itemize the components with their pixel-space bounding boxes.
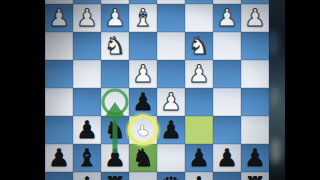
square-d6[interactable]: ♟: [157, 116, 185, 144]
square-e6[interactable]: [129, 116, 157, 144]
white-pawn-d5[interactable]: ♟: [157, 88, 185, 116]
square-b3[interactable]: [213, 32, 241, 60]
black-bishop-c8[interactable]: ♝: [185, 172, 213, 180]
white-pawn-e4[interactable]: ♟: [129, 60, 157, 88]
square-e2[interactable]: ♝: [129, 4, 157, 32]
square-c4[interactable]: ♟: [185, 60, 213, 88]
white-knight-f3[interactable]: ♞: [101, 32, 129, 60]
square-f3[interactable]: ♞: [101, 32, 129, 60]
black-pawn-f7[interactable]: ♟: [101, 144, 129, 172]
black-knight-e7[interactable]: ♞: [129, 144, 157, 172]
square-e4[interactable]: ♟: [129, 60, 157, 88]
square-b7[interactable]: ♟: [213, 144, 241, 172]
white-pawn-a2[interactable]: ♟: [241, 4, 269, 32]
square-g8[interactable]: ♚: [73, 172, 101, 180]
square-c2[interactable]: [185, 4, 213, 32]
square-h4[interactable]: [45, 60, 73, 88]
square-a8[interactable]: ♜: [241, 172, 269, 180]
square-h6[interactable]: [45, 116, 73, 144]
black-pawn-h7[interactable]: ♟: [45, 144, 73, 172]
white-pawn-c4[interactable]: ♟: [185, 60, 213, 88]
black-rook-a8[interactable]: ♜: [241, 172, 269, 180]
letterbox-left: [0, 0, 45, 180]
white-pawn-f2[interactable]: ♟: [101, 4, 129, 32]
black-pawn-a7[interactable]: ♟: [241, 144, 269, 172]
square-h2[interactable]: ♟: [45, 4, 73, 32]
black-pawn-e5[interactable]: ♟: [129, 88, 157, 116]
black-queen-d8[interactable]: ♛: [157, 172, 185, 180]
square-g6[interactable]: ♟: [73, 116, 101, 144]
blurred-background-blob: [269, 30, 279, 56]
square-e5[interactable]: ♟: [129, 88, 157, 116]
square-b6[interactable]: [213, 116, 241, 144]
screen-edge-strip: [269, 0, 285, 180]
black-king-g8[interactable]: ♚: [73, 172, 101, 180]
square-g2[interactable]: ♟: [73, 4, 101, 32]
square-e7[interactable]: ♞: [129, 144, 157, 172]
video-frame: ♚♜♛♝♜♟♟♟♝♟♟♞♞♟♟♟♟♟♞♟♟♝♟♞♟♟♟♚♜♛♝♜: [0, 0, 320, 180]
blurred-background-blob: [270, 138, 281, 164]
square-g4[interactable]: [73, 60, 101, 88]
square-a5[interactable]: [241, 88, 269, 116]
square-a6[interactable]: [241, 116, 269, 144]
square-d2[interactable]: [157, 4, 185, 32]
square-e3[interactable]: [129, 32, 157, 60]
square-d7[interactable]: [157, 144, 185, 172]
white-pawn-g2[interactable]: ♟: [73, 4, 101, 32]
black-pawn-g6[interactable]: ♟: [73, 116, 101, 144]
square-h5[interactable]: [45, 88, 73, 116]
square-b5[interactable]: [213, 88, 241, 116]
square-d8[interactable]: ♛: [157, 172, 185, 180]
square-f7[interactable]: ♟: [101, 144, 129, 172]
square-c7[interactable]: ♟: [185, 144, 213, 172]
square-h8[interactable]: [45, 172, 73, 180]
square-a2[interactable]: ♟: [241, 4, 269, 32]
square-b8[interactable]: [213, 172, 241, 180]
square-f2[interactable]: ♟: [101, 4, 129, 32]
white-pawn-h2[interactable]: ♟: [45, 4, 73, 32]
square-h3[interactable]: [45, 32, 73, 60]
square-d3[interactable]: [157, 32, 185, 60]
square-f5[interactable]: [101, 88, 129, 116]
square-c6[interactable]: [185, 116, 213, 144]
black-pawn-b7[interactable]: ♟: [213, 144, 241, 172]
square-b4[interactable]: [213, 60, 241, 88]
chess-board[interactable]: ♚♜♛♝♜♟♟♟♝♟♟♞♞♟♟♟♟♟♞♟♟♝♟♞♟♟♟♚♜♛♝♜: [45, 0, 269, 180]
square-c5[interactable]: [185, 88, 213, 116]
square-h7[interactable]: ♟: [45, 144, 73, 172]
square-d4[interactable]: [157, 60, 185, 88]
square-g5[interactable]: [73, 88, 101, 116]
black-pawn-d6[interactable]: ♟: [157, 116, 185, 144]
square-b2[interactable]: ♟: [213, 4, 241, 32]
square-d5[interactable]: ♟: [157, 88, 185, 116]
white-bishop-e2[interactable]: ♝: [129, 4, 157, 32]
black-pawn-c7[interactable]: ♟: [185, 144, 213, 172]
square-a7[interactable]: ♟: [241, 144, 269, 172]
square-f8[interactable]: ♜: [101, 172, 129, 180]
white-knight-c3[interactable]: ♞: [185, 32, 213, 60]
square-a3[interactable]: [241, 32, 269, 60]
white-pawn-b2[interactable]: ♟: [213, 4, 241, 32]
square-f4[interactable]: [101, 60, 129, 88]
square-c3[interactable]: ♞: [185, 32, 213, 60]
blurred-background-blob: [269, 86, 280, 108]
square-g3[interactable]: [73, 32, 101, 60]
square-g7[interactable]: ♝: [73, 144, 101, 172]
black-knight-f6[interactable]: ♞: [101, 116, 129, 144]
letterbox-right: [285, 0, 320, 180]
square-f6[interactable]: ♞: [101, 116, 129, 144]
square-a4[interactable]: [241, 60, 269, 88]
square-c8[interactable]: ♝: [185, 172, 213, 180]
black-bishop-g7[interactable]: ♝: [73, 144, 101, 172]
square-e8[interactable]: [129, 172, 157, 180]
black-rook-f8[interactable]: ♜: [101, 172, 129, 180]
